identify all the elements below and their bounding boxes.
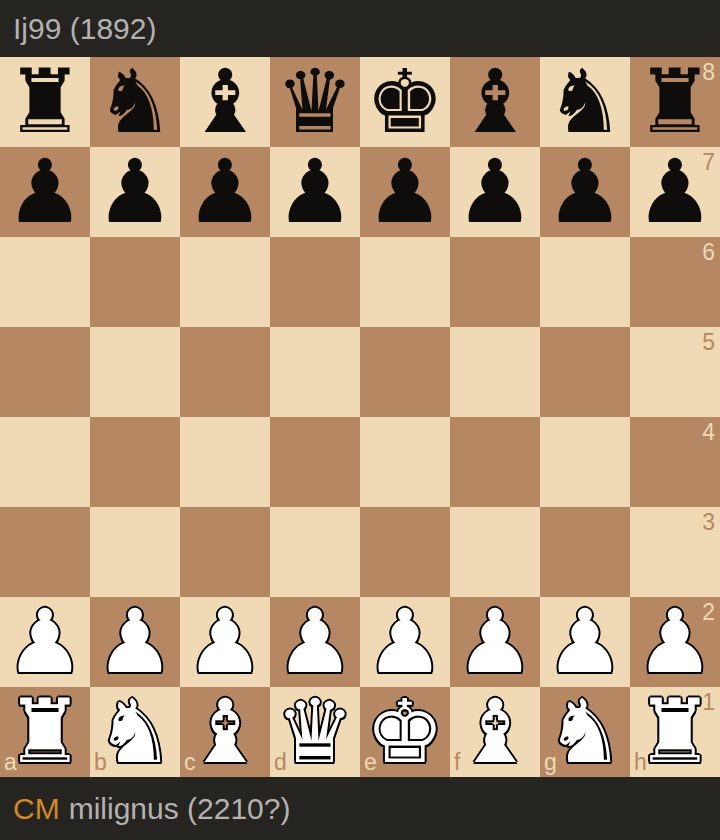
white-bishop[interactable]: ♝ — [186, 687, 265, 777]
square-f7[interactable]: ♟ — [450, 147, 540, 237]
square-g5[interactable] — [540, 327, 630, 417]
bottom-player-bar: CM milignus (2210?) — [0, 777, 720, 840]
square-f4[interactable] — [450, 417, 540, 507]
black-pawn[interactable]: ♟ — [366, 147, 445, 237]
white-pawn[interactable]: ♟ — [96, 597, 175, 687]
square-b1[interactable]: ♞b — [90, 687, 180, 777]
white-rook[interactable]: ♜ — [636, 687, 715, 777]
white-pawn[interactable]: ♟ — [546, 597, 625, 687]
square-e7[interactable]: ♟ — [360, 147, 450, 237]
square-e6[interactable] — [360, 237, 450, 327]
white-pawn[interactable]: ♟ — [636, 597, 715, 687]
square-h3[interactable]: 3 — [630, 507, 720, 597]
black-bishop[interactable]: ♝ — [186, 57, 265, 147]
black-pawn[interactable]: ♟ — [96, 147, 175, 237]
square-a5[interactable] — [0, 327, 90, 417]
square-g1[interactable]: ♞g — [540, 687, 630, 777]
black-pawn[interactable]: ♟ — [276, 147, 355, 237]
square-c1[interactable]: ♝c — [180, 687, 270, 777]
square-b6[interactable] — [90, 237, 180, 327]
square-e8[interactable]: ♚ — [360, 57, 450, 147]
square-e1[interactable]: ♚e — [360, 687, 450, 777]
square-g3[interactable] — [540, 507, 630, 597]
square-c5[interactable] — [180, 327, 270, 417]
square-a4[interactable] — [0, 417, 90, 507]
square-a2[interactable]: ♟ — [0, 597, 90, 687]
square-g6[interactable] — [540, 237, 630, 327]
black-pawn[interactable]: ♟ — [186, 147, 265, 237]
white-pawn[interactable]: ♟ — [186, 597, 265, 687]
white-pawn[interactable]: ♟ — [456, 597, 535, 687]
square-a8[interactable]: ♜ — [0, 57, 90, 147]
square-h2[interactable]: ♟2 — [630, 597, 720, 687]
square-a7[interactable]: ♟ — [0, 147, 90, 237]
square-d2[interactable]: ♟ — [270, 597, 360, 687]
square-h7[interactable]: ♟7 — [630, 147, 720, 237]
square-g4[interactable] — [540, 417, 630, 507]
square-f3[interactable] — [450, 507, 540, 597]
coord-rank-6: 6 — [702, 241, 715, 264]
square-d5[interactable] — [270, 327, 360, 417]
square-c3[interactable] — [180, 507, 270, 597]
black-rook[interactable]: ♜ — [6, 57, 85, 147]
square-h4[interactable]: 4 — [630, 417, 720, 507]
square-g8[interactable]: ♞ — [540, 57, 630, 147]
coord-rank-5: 5 — [702, 331, 715, 354]
square-b8[interactable]: ♞ — [90, 57, 180, 147]
square-d3[interactable] — [270, 507, 360, 597]
square-a1[interactable]: ♜a — [0, 687, 90, 777]
white-pawn[interactable]: ♟ — [276, 597, 355, 687]
square-f1[interactable]: ♝f — [450, 687, 540, 777]
black-queen[interactable]: ♛ — [276, 57, 355, 147]
square-g7[interactable]: ♟ — [540, 147, 630, 237]
square-b5[interactable] — [90, 327, 180, 417]
square-e4[interactable] — [360, 417, 450, 507]
bottom-player-name: milignus (2210?) — [69, 794, 291, 824]
square-d1[interactable]: ♛d — [270, 687, 360, 777]
square-f2[interactable]: ♟ — [450, 597, 540, 687]
black-king[interactable]: ♚ — [366, 57, 445, 147]
black-pawn[interactable]: ♟ — [456, 147, 535, 237]
white-bishop[interactable]: ♝ — [456, 687, 535, 777]
square-c8[interactable]: ♝ — [180, 57, 270, 147]
square-b2[interactable]: ♟ — [90, 597, 180, 687]
black-rook[interactable]: ♜ — [636, 57, 715, 147]
white-rook[interactable]: ♜ — [6, 687, 85, 777]
white-pawn[interactable]: ♟ — [366, 597, 445, 687]
black-pawn[interactable]: ♟ — [636, 147, 715, 237]
chess-board: ♜♞♝♛♚♝♞♜8♟♟♟♟♟♟♟♟76543♟♟♟♟♟♟♟♟2♜a♞b♝c♛d♚… — [0, 57, 720, 777]
square-f6[interactable] — [450, 237, 540, 327]
square-e3[interactable] — [360, 507, 450, 597]
square-c2[interactable]: ♟ — [180, 597, 270, 687]
square-e5[interactable] — [360, 327, 450, 417]
square-h6[interactable]: 6 — [630, 237, 720, 327]
square-g2[interactable]: ♟ — [540, 597, 630, 687]
top-player-bar: Ij99 (1892) — [0, 0, 720, 57]
square-f8[interactable]: ♝ — [450, 57, 540, 147]
white-pawn[interactable]: ♟ — [6, 597, 85, 687]
square-d8[interactable]: ♛ — [270, 57, 360, 147]
coord-rank-4: 4 — [702, 421, 715, 444]
square-d4[interactable] — [270, 417, 360, 507]
square-b4[interactable] — [90, 417, 180, 507]
square-h8[interactable]: ♜8 — [630, 57, 720, 147]
black-pawn[interactable]: ♟ — [546, 147, 625, 237]
square-c4[interactable] — [180, 417, 270, 507]
white-knight[interactable]: ♞ — [546, 687, 625, 777]
square-a3[interactable] — [0, 507, 90, 597]
white-queen[interactable]: ♛ — [276, 687, 355, 777]
black-knight[interactable]: ♞ — [96, 57, 175, 147]
black-bishop[interactable]: ♝ — [456, 57, 535, 147]
coord-rank-3: 3 — [702, 511, 715, 534]
square-c7[interactable]: ♟ — [180, 147, 270, 237]
white-knight[interactable]: ♞ — [96, 687, 175, 777]
square-d6[interactable] — [270, 237, 360, 327]
black-knight[interactable]: ♞ — [546, 57, 625, 147]
square-h5[interactable]: 5 — [630, 327, 720, 417]
square-h1[interactable]: ♜1h — [630, 687, 720, 777]
white-king[interactable]: ♚ — [366, 687, 445, 777]
square-a6[interactable] — [0, 237, 90, 327]
square-b7[interactable]: ♟ — [90, 147, 180, 237]
black-pawn[interactable]: ♟ — [6, 147, 85, 237]
square-f5[interactable] — [450, 327, 540, 417]
square-b3[interactable] — [90, 507, 180, 597]
top-player-name: Ij99 (1892) — [13, 14, 156, 44]
square-c6[interactable] — [180, 237, 270, 327]
player-title-badge: CM — [13, 794, 60, 824]
square-d7[interactable]: ♟ — [270, 147, 360, 237]
square-e2[interactable]: ♟ — [360, 597, 450, 687]
